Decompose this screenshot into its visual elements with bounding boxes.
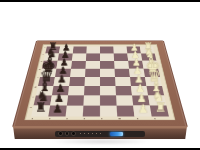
square-f5[interactable]: [85, 61, 100, 69]
square-f4[interactable]: [100, 61, 115, 69]
square-e6[interactable]: [70, 69, 85, 77]
square-a6[interactable]: [66, 106, 84, 117]
chessboard: ♜♟♟♜♞♟♟♞♝♟♟♝♚♟♟♚♛♟♟♛♝♟♟♝♞♟♟♞♜♟♟♜: [12, 40, 188, 127]
photo-top-border: [0, 0, 200, 2]
square-a8[interactable]: ♜: [31, 106, 50, 117]
square-h3[interactable]: [113, 47, 127, 54]
square-c4[interactable]: [100, 86, 116, 96]
square-a4[interactable]: [100, 106, 117, 117]
square-h4[interactable]: [100, 47, 114, 54]
square-e4[interactable]: [100, 69, 115, 77]
square-f3[interactable]: [114, 61, 129, 69]
panel-button[interactable]: [72, 132, 75, 135]
square-a3[interactable]: [117, 106, 135, 117]
piece-black-rook[interactable]: ♜: [34, 102, 46, 115]
square-b4[interactable]: [100, 95, 117, 105]
chessboard-product-photo: ♜♟♟♜♞♟♟♞♝♟♟♝♚♟♟♚♛♟♟♛♝♟♟♝♞♟♟♞♜♟♟♜: [0, 0, 200, 150]
panel-button[interactable]: [66, 132, 69, 135]
photo-bottom-border: [0, 148, 200, 150]
square-f6[interactable]: [71, 61, 86, 69]
square-e3[interactable]: [115, 69, 130, 77]
square-h6[interactable]: [73, 47, 87, 54]
panel-buttons: [59, 132, 75, 135]
piece-black-pawn[interactable]: ♟: [52, 103, 62, 114]
square-a1[interactable]: ♜: [150, 106, 169, 117]
square-b6[interactable]: [67, 95, 84, 105]
square-a7[interactable]: ♟: [48, 106, 66, 117]
square-e5[interactable]: [85, 69, 100, 77]
square-b5[interactable]: [83, 95, 100, 105]
square-a2[interactable]: ♟: [133, 106, 151, 117]
board-frame: ♜♟♟♜♞♟♟♞♝♟♟♝♚♟♟♚♛♟♟♛♝♟♟♝♞♟♟♞♜♟♟♜: [12, 40, 188, 127]
panel-tick-marks: [80, 133, 104, 135]
panel-button[interactable]: [59, 132, 62, 135]
square-c3[interactable]: [116, 86, 133, 96]
square-b3[interactable]: [116, 95, 133, 105]
board-front-edge: [13, 126, 187, 139]
square-h5[interactable]: [86, 47, 100, 54]
piece-white-rook[interactable]: ♜: [154, 102, 166, 115]
control-panel: [55, 131, 145, 137]
square-a5[interactable]: [83, 106, 100, 117]
square-c6[interactable]: [68, 86, 85, 96]
square-c5[interactable]: [84, 86, 100, 96]
board-shadow: [28, 138, 174, 147]
panel-display: [110, 132, 123, 136]
piece-white-pawn[interactable]: ♟: [138, 103, 148, 114]
board-grid: ♜♟♟♜♞♟♟♞♝♟♟♝♚♟♟♚♛♟♟♛♝♟♟♝♞♟♟♞♜♟♟♜: [31, 47, 169, 117]
